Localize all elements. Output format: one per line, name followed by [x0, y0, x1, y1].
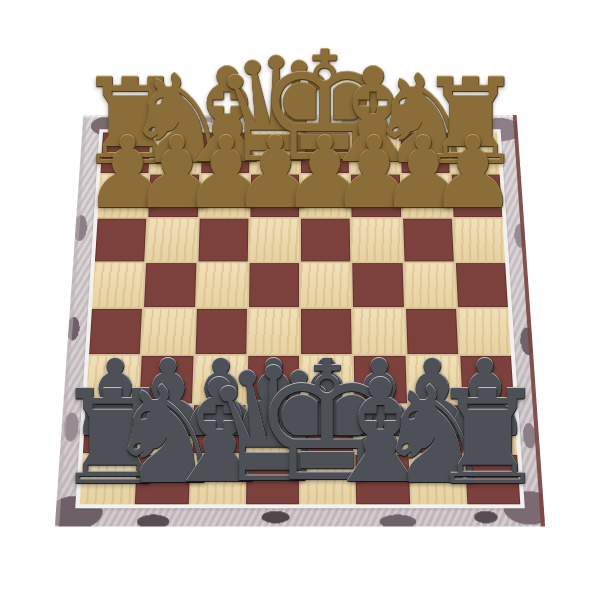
piece-black-pawn-h7[interactable]: ♟	[428, 124, 516, 223]
chess-set-photo: ♜♞♝♛♚♝♞♜♟♟♟♟♟♟♟♟♟♟♟♟♟♟♟♟♜♞♝♛♚♝♞♜	[0, 0, 600, 600]
square-a5[interactable]	[92, 263, 144, 307]
square-g5[interactable]	[404, 263, 456, 307]
square-e5[interactable]	[301, 263, 351, 307]
square-c5[interactable]	[197, 263, 248, 307]
square-f5[interactable]	[353, 263, 404, 307]
square-d5[interactable]	[249, 263, 299, 307]
piece-white-rook-h1[interactable]: ♜	[429, 373, 546, 503]
square-b5[interactable]	[144, 263, 196, 307]
square-h5[interactable]	[456, 263, 508, 307]
